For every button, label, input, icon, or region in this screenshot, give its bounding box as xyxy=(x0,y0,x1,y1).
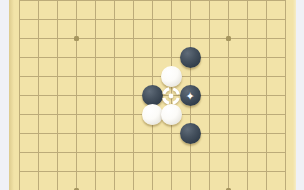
board-cell[interactable] xyxy=(105,143,124,162)
board-cell[interactable] xyxy=(143,105,162,124)
grid-line-vertical xyxy=(190,162,191,181)
board-cell[interactable] xyxy=(29,105,48,124)
board-cell[interactable] xyxy=(181,48,200,67)
board-cell[interactable] xyxy=(86,105,105,124)
board-cell[interactable] xyxy=(143,143,162,162)
grid-line-vertical xyxy=(57,29,58,48)
board-cell[interactable] xyxy=(124,124,143,143)
grid-line-vertical xyxy=(209,143,210,162)
grid-line-vertical xyxy=(95,10,96,29)
grid-line-vertical xyxy=(19,105,20,124)
board-cell[interactable] xyxy=(48,48,67,67)
board-cell[interactable] xyxy=(10,0,29,10)
grid-line-vertical xyxy=(171,29,172,48)
grid-line-vertical xyxy=(57,67,58,86)
board-cell[interactable] xyxy=(200,162,219,181)
grid-line-vertical xyxy=(76,0,77,10)
grid-line-vertical xyxy=(266,0,267,10)
grid-line-vertical xyxy=(266,124,267,143)
board-cell[interactable] xyxy=(200,67,219,86)
grid-line-vertical xyxy=(209,124,210,143)
grid-line-vertical xyxy=(95,124,96,143)
board-cell[interactable] xyxy=(162,0,181,10)
board-cell[interactable] xyxy=(257,0,276,10)
board-cell[interactable] xyxy=(238,48,257,67)
board-cell[interactable] xyxy=(10,105,29,124)
grid-line-vertical xyxy=(38,105,39,124)
grid-line-vertical xyxy=(38,143,39,162)
grid-line-horizontal xyxy=(19,133,29,134)
grid-line-vertical xyxy=(95,0,96,10)
gomoku-board: ✦ xyxy=(9,0,296,190)
board-cell[interactable] xyxy=(238,86,257,105)
grid-line-vertical xyxy=(285,67,286,86)
board-cell[interactable] xyxy=(276,143,295,162)
board-cell[interactable] xyxy=(219,10,238,29)
grid-line-vertical xyxy=(171,10,172,29)
board-cell[interactable] xyxy=(67,162,86,181)
board-cell[interactable] xyxy=(124,143,143,162)
board-cell[interactable] xyxy=(86,124,105,143)
grid-line-vertical xyxy=(190,29,191,48)
board-cell[interactable] xyxy=(238,0,257,10)
grid-line-vertical xyxy=(57,86,58,105)
board-cell[interactable] xyxy=(181,0,200,10)
board-cell[interactable] xyxy=(86,86,105,105)
board-grid: ✦ xyxy=(10,0,295,190)
board-cell[interactable] xyxy=(276,48,295,67)
grid-line-vertical xyxy=(285,29,286,48)
board-cell[interactable] xyxy=(276,124,295,143)
board-cell[interactable] xyxy=(86,29,105,48)
grid-line-vertical xyxy=(171,143,172,162)
grid-line-vertical xyxy=(57,162,58,181)
grid-line-vertical xyxy=(171,162,172,181)
grid-line-vertical xyxy=(266,48,267,67)
grid-line-vertical xyxy=(209,105,210,124)
board-cell[interactable] xyxy=(162,105,181,124)
grid-line-vertical xyxy=(247,124,248,143)
board-cell[interactable] xyxy=(86,10,105,29)
board-cell[interactable] xyxy=(238,143,257,162)
grid-line-vertical xyxy=(228,105,229,124)
board-cell[interactable] xyxy=(29,0,48,10)
grid-line-vertical xyxy=(228,0,229,10)
board-cell[interactable] xyxy=(29,10,48,29)
grid-line-vertical xyxy=(266,181,267,190)
board-cell[interactable] xyxy=(162,143,181,162)
grid-line-vertical xyxy=(19,181,20,190)
grid-line-vertical xyxy=(133,0,134,10)
grid-line-vertical xyxy=(95,181,96,190)
board-cell[interactable] xyxy=(276,162,295,181)
board-cell[interactable] xyxy=(48,10,67,29)
board-cell[interactable] xyxy=(276,29,295,48)
grid-line-vertical xyxy=(285,124,286,143)
board-cell[interactable] xyxy=(143,29,162,48)
board-cell[interactable] xyxy=(143,10,162,29)
board-cell[interactable] xyxy=(10,67,29,86)
board-cell[interactable] xyxy=(48,124,67,143)
board-cell[interactable] xyxy=(105,105,124,124)
grid-line-vertical xyxy=(266,162,267,181)
grid-line-vertical xyxy=(57,181,58,190)
star-point xyxy=(74,188,79,190)
gomoku-app-screen: ✦ xyxy=(0,0,304,190)
grid-line-vertical xyxy=(247,0,248,10)
grid-line-vertical xyxy=(209,67,210,86)
grid-line-vertical xyxy=(114,105,115,124)
board-cell[interactable] xyxy=(219,67,238,86)
board-cell[interactable] xyxy=(219,0,238,10)
grid-line-vertical xyxy=(57,124,58,143)
board-cell[interactable] xyxy=(67,124,86,143)
grid-line-vertical xyxy=(152,143,153,162)
grid-line-vertical xyxy=(95,67,96,86)
board-cell[interactable] xyxy=(105,0,124,10)
board-cell[interactable] xyxy=(238,67,257,86)
grid-line-vertical xyxy=(114,86,115,105)
board-cell[interactable] xyxy=(29,143,48,162)
grid-line-vertical xyxy=(285,181,286,190)
board-cell[interactable] xyxy=(67,143,86,162)
grid-line-horizontal xyxy=(19,76,29,77)
board-cell[interactable] xyxy=(48,105,67,124)
board-cell[interactable] xyxy=(257,162,276,181)
grid-line-vertical xyxy=(38,124,39,143)
board-cell[interactable] xyxy=(124,86,143,105)
board-cell[interactable] xyxy=(67,48,86,67)
white-stone xyxy=(161,104,182,125)
board-cell[interactable] xyxy=(181,105,200,124)
star-point xyxy=(226,36,231,41)
board-cell[interactable] xyxy=(200,143,219,162)
board-cell[interactable] xyxy=(67,29,86,48)
board-cell[interactable] xyxy=(86,67,105,86)
board-cell[interactable] xyxy=(219,124,238,143)
board-cell[interactable] xyxy=(67,86,86,105)
board-cell[interactable] xyxy=(219,105,238,124)
grid-line-vertical xyxy=(152,124,153,143)
board-cell[interactable] xyxy=(257,48,276,67)
board-cell[interactable] xyxy=(105,67,124,86)
grid-line-vertical xyxy=(76,124,77,143)
grid-line-vertical xyxy=(209,10,210,29)
grid-line-vertical xyxy=(190,67,191,86)
board-cell[interactable] xyxy=(105,124,124,143)
board-cell[interactable] xyxy=(219,143,238,162)
board-cell[interactable] xyxy=(257,67,276,86)
grid-line-vertical xyxy=(114,10,115,29)
grid-line-vertical xyxy=(19,0,20,10)
board-cell[interactable] xyxy=(143,124,162,143)
board-cell[interactable] xyxy=(162,29,181,48)
board-cell[interactable] xyxy=(48,67,67,86)
grid-line-vertical xyxy=(152,0,153,10)
grid-line-vertical xyxy=(95,143,96,162)
grid-line-vertical xyxy=(133,143,134,162)
board-cell[interactable]: ✦ xyxy=(181,86,200,105)
board-cell[interactable] xyxy=(219,181,238,190)
board-cell[interactable] xyxy=(124,181,143,190)
grid-line-vertical xyxy=(228,48,229,67)
grid-line-vertical xyxy=(209,181,210,190)
grid-line-vertical xyxy=(247,143,248,162)
grid-line-vertical xyxy=(171,181,172,190)
grid-line-vertical xyxy=(152,67,153,86)
board-cell[interactable] xyxy=(162,48,181,67)
grid-line-vertical xyxy=(19,162,20,181)
board-cell[interactable] xyxy=(200,124,219,143)
board-cell[interactable] xyxy=(86,48,105,67)
board-cell[interactable] xyxy=(181,162,200,181)
board-cell[interactable] xyxy=(238,162,257,181)
white-stone xyxy=(142,104,163,125)
board-cell[interactable] xyxy=(10,29,29,48)
board-cell[interactable] xyxy=(10,162,29,181)
board-cell[interactable] xyxy=(257,86,276,105)
board-cell[interactable] xyxy=(10,10,29,29)
board-cell[interactable] xyxy=(200,10,219,29)
board-cell[interactable] xyxy=(219,48,238,67)
board-cell[interactable] xyxy=(124,162,143,181)
grid-line-vertical xyxy=(266,86,267,105)
grid-line-vertical xyxy=(247,48,248,67)
board-cell[interactable] xyxy=(162,124,181,143)
grid-line-vertical xyxy=(76,67,77,86)
board-cell[interactable] xyxy=(143,181,162,190)
board-cell[interactable] xyxy=(86,162,105,181)
board-cell[interactable] xyxy=(48,143,67,162)
grid-line-vertical xyxy=(190,181,191,190)
board-cell[interactable] xyxy=(276,10,295,29)
grid-line-vertical xyxy=(133,29,134,48)
grid-line-vertical xyxy=(114,67,115,86)
grid-line-vertical xyxy=(133,48,134,67)
board-cell[interactable] xyxy=(124,0,143,10)
grid-line-vertical xyxy=(95,29,96,48)
board-cell[interactable] xyxy=(124,105,143,124)
grid-line-vertical xyxy=(76,162,77,181)
board-cell[interactable] xyxy=(162,67,181,86)
grid-line-vertical xyxy=(247,10,248,29)
grid-line-vertical xyxy=(266,105,267,124)
board-cell[interactable] xyxy=(257,143,276,162)
board-cell[interactable] xyxy=(29,48,48,67)
board-cell[interactable] xyxy=(10,48,29,67)
board-cell[interactable] xyxy=(10,181,29,190)
board-cell[interactable] xyxy=(276,67,295,86)
board-cell[interactable] xyxy=(48,181,67,190)
grid-line-vertical xyxy=(209,29,210,48)
grid-line-vertical xyxy=(285,162,286,181)
board-cell[interactable] xyxy=(238,10,257,29)
board-cell[interactable] xyxy=(105,162,124,181)
grid-line-vertical xyxy=(266,143,267,162)
grid-line-vertical xyxy=(171,124,172,143)
board-cell[interactable] xyxy=(29,29,48,48)
grid-line-vertical xyxy=(19,10,20,29)
grid-line-vertical xyxy=(133,162,134,181)
board-cell[interactable] xyxy=(200,181,219,190)
grid-line-vertical xyxy=(95,86,96,105)
board-cell[interactable] xyxy=(29,124,48,143)
board-cell[interactable] xyxy=(105,48,124,67)
grid-line-vertical xyxy=(38,162,39,181)
grid-line-vertical xyxy=(57,0,58,10)
board-cell[interactable] xyxy=(238,29,257,48)
last-move-marker-icon: ✦ xyxy=(185,91,194,102)
grid-line-vertical xyxy=(76,86,77,105)
board-cell[interactable] xyxy=(10,124,29,143)
board-cell[interactable] xyxy=(86,143,105,162)
board-cell[interactable] xyxy=(124,10,143,29)
grid-line-horizontal xyxy=(19,95,29,96)
grid-line-vertical xyxy=(285,105,286,124)
grid-line-vertical xyxy=(285,48,286,67)
board-cell[interactable] xyxy=(257,105,276,124)
grid-line-vertical xyxy=(57,10,58,29)
board-cell[interactable] xyxy=(276,105,295,124)
grid-line-vertical xyxy=(38,86,39,105)
grid-line-vertical xyxy=(285,143,286,162)
star-point xyxy=(226,188,231,190)
grid-line-vertical xyxy=(19,67,20,86)
grid-line-vertical xyxy=(76,105,77,124)
board-cell[interactable] xyxy=(10,86,29,105)
grid-line-vertical xyxy=(57,143,58,162)
board-cell[interactable] xyxy=(200,0,219,10)
board-cell[interactable] xyxy=(143,67,162,86)
board-cell[interactable] xyxy=(257,10,276,29)
board-cell[interactable] xyxy=(219,86,238,105)
board-cell[interactable] xyxy=(67,67,86,86)
board-cell[interactable] xyxy=(86,181,105,190)
board-cell[interactable] xyxy=(29,181,48,190)
board-cell[interactable] xyxy=(105,10,124,29)
board-cell[interactable] xyxy=(181,124,200,143)
grid-line-vertical xyxy=(285,86,286,105)
board-cell[interactable] xyxy=(257,181,276,190)
board-cell[interactable] xyxy=(257,29,276,48)
board-cell[interactable] xyxy=(276,86,295,105)
board-cell[interactable] xyxy=(181,29,200,48)
board-cell[interactable] xyxy=(105,181,124,190)
board-cell[interactable] xyxy=(105,86,124,105)
grid-line-vertical xyxy=(190,143,191,162)
board-cell[interactable] xyxy=(48,29,67,48)
board-cell[interactable] xyxy=(181,10,200,29)
grid-line-vertical xyxy=(38,181,39,190)
board-cell[interactable] xyxy=(124,48,143,67)
board-cell[interactable] xyxy=(200,86,219,105)
board-cell[interactable] xyxy=(219,29,238,48)
grid-line-vertical xyxy=(95,105,96,124)
board-cell[interactable] xyxy=(181,143,200,162)
board-cell[interactable] xyxy=(238,105,257,124)
grid-line-vertical xyxy=(247,67,248,86)
grid-line-vertical xyxy=(76,48,77,67)
grid-line-vertical xyxy=(114,0,115,10)
grid-line-vertical xyxy=(228,86,229,105)
grid-line-vertical xyxy=(19,48,20,67)
board-cell[interactable] xyxy=(29,162,48,181)
board-cell[interactable] xyxy=(162,86,181,105)
grid-line-vertical xyxy=(114,181,115,190)
board-cell[interactable] xyxy=(200,48,219,67)
board-cell[interactable] xyxy=(67,181,86,190)
board-cell[interactable] xyxy=(143,162,162,181)
grid-line-vertical xyxy=(247,181,248,190)
grid-line-vertical xyxy=(19,29,20,48)
board-cell[interactable] xyxy=(219,162,238,181)
grid-line-vertical xyxy=(209,86,210,105)
grid-line-vertical xyxy=(57,48,58,67)
grid-line-vertical xyxy=(38,67,39,86)
grid-line-vertical xyxy=(190,10,191,29)
grid-line-horizontal xyxy=(19,38,29,39)
grid-line-vertical xyxy=(133,86,134,105)
grid-line-vertical xyxy=(95,48,96,67)
board-cell[interactable] xyxy=(48,162,67,181)
board-cell[interactable] xyxy=(181,181,200,190)
grid-line-vertical xyxy=(76,10,77,29)
grid-line-vertical xyxy=(95,162,96,181)
board-cell[interactable] xyxy=(143,48,162,67)
grid-line-vertical xyxy=(114,143,115,162)
board-cell[interactable] xyxy=(276,181,295,190)
board-cell[interactable] xyxy=(162,162,181,181)
star-point xyxy=(74,36,79,41)
grid-line-horizontal xyxy=(19,0,29,1)
board-cell[interactable] xyxy=(200,29,219,48)
board-cell[interactable] xyxy=(124,67,143,86)
board-cell[interactable] xyxy=(143,0,162,10)
board-cell[interactable] xyxy=(67,10,86,29)
grid-line-vertical xyxy=(171,0,172,10)
grid-line-vertical xyxy=(114,162,115,181)
board-cell[interactable] xyxy=(238,181,257,190)
black-stone: ✦ xyxy=(180,85,201,106)
board-cell[interactable] xyxy=(67,0,86,10)
grid-line-vertical xyxy=(152,29,153,48)
grid-line-vertical xyxy=(209,48,210,67)
board-cell[interactable] xyxy=(48,0,67,10)
board-cell[interactable] xyxy=(143,86,162,105)
board-cell[interactable] xyxy=(257,124,276,143)
board-cell[interactable] xyxy=(162,10,181,29)
board-cell[interactable] xyxy=(10,143,29,162)
board-cell[interactable] xyxy=(200,105,219,124)
board-cell[interactable] xyxy=(29,67,48,86)
board-cell[interactable] xyxy=(276,0,295,10)
board-cell[interactable] xyxy=(86,0,105,10)
board-cell[interactable] xyxy=(105,29,124,48)
board-cell[interactable] xyxy=(67,105,86,124)
grid-line-vertical xyxy=(76,143,77,162)
board-cell[interactable] xyxy=(124,29,143,48)
board-cell[interactable] xyxy=(181,67,200,86)
board-cell[interactable] xyxy=(162,181,181,190)
board-cell[interactable] xyxy=(29,86,48,105)
grid-line-vertical xyxy=(133,10,134,29)
board-cell[interactable] xyxy=(238,124,257,143)
grid-line-vertical xyxy=(285,0,286,10)
board-cell[interactable] xyxy=(48,86,67,105)
grid-line-horizontal xyxy=(19,19,29,20)
grid-line-vertical xyxy=(19,86,20,105)
grid-line-horizontal xyxy=(19,171,29,172)
